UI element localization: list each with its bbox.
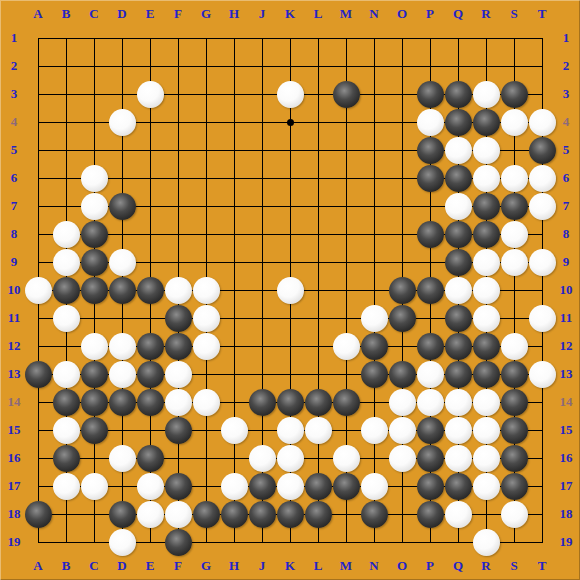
point-T16[interactable] [528,444,556,472]
point-G8[interactable] [192,220,220,248]
point-E19[interactable] [136,528,164,556]
point-S5[interactable] [500,136,528,164]
point-O18[interactable] [388,500,416,528]
point-B1[interactable] [52,24,80,52]
point-D18[interactable] [108,500,136,528]
point-K16[interactable] [276,444,304,472]
point-L16[interactable] [304,444,332,472]
point-M12[interactable] [332,332,360,360]
point-J11[interactable] [248,304,276,332]
point-Q2[interactable] [444,52,472,80]
point-F19[interactable] [164,528,192,556]
point-A2[interactable] [24,52,52,80]
point-D3[interactable] [108,80,136,108]
point-M15[interactable] [332,416,360,444]
point-G6[interactable] [192,164,220,192]
point-B12[interactable] [52,332,80,360]
point-R3[interactable] [472,80,500,108]
point-E8[interactable] [136,220,164,248]
point-J3[interactable] [248,80,276,108]
point-M7[interactable] [332,192,360,220]
point-T14[interactable] [528,388,556,416]
point-B6[interactable] [52,164,80,192]
point-S19[interactable] [500,528,528,556]
point-G3[interactable] [192,80,220,108]
point-G12[interactable] [192,332,220,360]
point-R8[interactable] [472,220,500,248]
point-R6[interactable] [472,164,500,192]
point-Q10[interactable] [444,276,472,304]
point-F4[interactable] [164,108,192,136]
point-B14[interactable] [52,388,80,416]
point-E6[interactable] [136,164,164,192]
point-S11[interactable] [500,304,528,332]
point-S15[interactable] [500,416,528,444]
point-O12[interactable] [388,332,416,360]
point-F14[interactable] [164,388,192,416]
point-H11[interactable] [220,304,248,332]
point-E10[interactable] [136,276,164,304]
point-N17[interactable] [360,472,388,500]
point-T9[interactable] [528,248,556,276]
point-F8[interactable] [164,220,192,248]
point-G9[interactable] [192,248,220,276]
point-O11[interactable] [388,304,416,332]
point-C16[interactable] [80,444,108,472]
point-D9[interactable] [108,248,136,276]
point-R1[interactable] [472,24,500,52]
point-O5[interactable] [388,136,416,164]
point-P7[interactable] [416,192,444,220]
point-A18[interactable] [24,500,52,528]
point-H9[interactable] [220,248,248,276]
point-A3[interactable] [24,80,52,108]
point-D11[interactable] [108,304,136,332]
point-R5[interactable] [472,136,500,164]
point-O7[interactable] [388,192,416,220]
point-C11[interactable] [80,304,108,332]
point-T8[interactable] [528,220,556,248]
point-R16[interactable] [472,444,500,472]
point-T3[interactable] [528,80,556,108]
point-Q19[interactable] [444,528,472,556]
point-T17[interactable] [528,472,556,500]
point-O14[interactable] [388,388,416,416]
point-Q12[interactable] [444,332,472,360]
point-F1[interactable] [164,24,192,52]
point-G7[interactable] [192,192,220,220]
point-D7[interactable] [108,192,136,220]
point-F10[interactable] [164,276,192,304]
point-P2[interactable] [416,52,444,80]
point-B13[interactable] [52,360,80,388]
point-C15[interactable] [80,416,108,444]
point-D4[interactable] [108,108,136,136]
point-J1[interactable] [248,24,276,52]
point-E11[interactable] [136,304,164,332]
point-J7[interactable] [248,192,276,220]
point-H17[interactable] [220,472,248,500]
point-H7[interactable] [220,192,248,220]
point-F6[interactable] [164,164,192,192]
point-G11[interactable] [192,304,220,332]
point-Q3[interactable] [444,80,472,108]
point-R10[interactable] [472,276,500,304]
point-G13[interactable] [192,360,220,388]
point-K9[interactable] [276,248,304,276]
point-L4[interactable] [304,108,332,136]
point-T2[interactable] [528,52,556,80]
point-F3[interactable] [164,80,192,108]
point-S18[interactable] [500,500,528,528]
point-G10[interactable] [192,276,220,304]
point-R11[interactable] [472,304,500,332]
point-P16[interactable] [416,444,444,472]
point-C17[interactable] [80,472,108,500]
point-F12[interactable] [164,332,192,360]
point-S3[interactable] [500,80,528,108]
point-N19[interactable] [360,528,388,556]
point-H2[interactable] [220,52,248,80]
point-N16[interactable] [360,444,388,472]
point-G14[interactable] [192,388,220,416]
point-L7[interactable] [304,192,332,220]
point-C12[interactable] [80,332,108,360]
point-N6[interactable] [360,164,388,192]
point-T13[interactable] [528,360,556,388]
point-L2[interactable] [304,52,332,80]
point-G5[interactable] [192,136,220,164]
point-B8[interactable] [52,220,80,248]
point-Q14[interactable] [444,388,472,416]
point-O10[interactable] [388,276,416,304]
point-M18[interactable] [332,500,360,528]
point-T19[interactable] [528,528,556,556]
point-O8[interactable] [388,220,416,248]
point-F15[interactable] [164,416,192,444]
point-G18[interactable] [192,500,220,528]
point-T6[interactable] [528,164,556,192]
point-R17[interactable] [472,472,500,500]
point-T18[interactable] [528,500,556,528]
point-Q13[interactable] [444,360,472,388]
point-Q18[interactable] [444,500,472,528]
point-Q6[interactable] [444,164,472,192]
point-A13[interactable] [24,360,52,388]
point-A5[interactable] [24,136,52,164]
point-O16[interactable] [388,444,416,472]
point-O17[interactable] [388,472,416,500]
point-A1[interactable] [24,24,52,52]
point-B5[interactable] [52,136,80,164]
point-B16[interactable] [52,444,80,472]
point-J14[interactable] [248,388,276,416]
point-J19[interactable] [248,528,276,556]
point-K18[interactable] [276,500,304,528]
point-A11[interactable] [24,304,52,332]
point-C5[interactable] [80,136,108,164]
point-Q11[interactable] [444,304,472,332]
point-D10[interactable] [108,276,136,304]
point-M3[interactable] [332,80,360,108]
point-K15[interactable] [276,416,304,444]
point-H6[interactable] [220,164,248,192]
point-P8[interactable] [416,220,444,248]
point-H3[interactable] [220,80,248,108]
point-N10[interactable] [360,276,388,304]
point-L14[interactable] [304,388,332,416]
point-N12[interactable] [360,332,388,360]
point-M17[interactable] [332,472,360,500]
point-N1[interactable] [360,24,388,52]
point-P15[interactable] [416,416,444,444]
point-C9[interactable] [80,248,108,276]
point-C10[interactable] [80,276,108,304]
point-A8[interactable] [24,220,52,248]
point-M14[interactable] [332,388,360,416]
point-E18[interactable] [136,500,164,528]
point-O1[interactable] [388,24,416,52]
point-Q8[interactable] [444,220,472,248]
point-J2[interactable] [248,52,276,80]
point-F9[interactable] [164,248,192,276]
point-D2[interactable] [108,52,136,80]
point-N3[interactable] [360,80,388,108]
point-L5[interactable] [304,136,332,164]
point-F13[interactable] [164,360,192,388]
point-R9[interactable] [472,248,500,276]
point-E13[interactable] [136,360,164,388]
point-H8[interactable] [220,220,248,248]
point-H14[interactable] [220,388,248,416]
point-K2[interactable] [276,52,304,80]
point-F17[interactable] [164,472,192,500]
point-C13[interactable] [80,360,108,388]
point-J6[interactable] [248,164,276,192]
point-P4[interactable] [416,108,444,136]
point-F7[interactable] [164,192,192,220]
point-H5[interactable] [220,136,248,164]
point-J18[interactable] [248,500,276,528]
point-Q1[interactable] [444,24,472,52]
point-E9[interactable] [136,248,164,276]
point-T15[interactable] [528,416,556,444]
point-P19[interactable] [416,528,444,556]
point-S8[interactable] [500,220,528,248]
point-J10[interactable] [248,276,276,304]
point-A19[interactable] [24,528,52,556]
point-B7[interactable] [52,192,80,220]
point-M8[interactable] [332,220,360,248]
point-K7[interactable] [276,192,304,220]
point-N13[interactable] [360,360,388,388]
point-C4[interactable] [80,108,108,136]
point-B10[interactable] [52,276,80,304]
point-P6[interactable] [416,164,444,192]
point-G2[interactable] [192,52,220,80]
point-T5[interactable] [528,136,556,164]
point-A6[interactable] [24,164,52,192]
point-E15[interactable] [136,416,164,444]
point-K10[interactable] [276,276,304,304]
point-R2[interactable] [472,52,500,80]
point-S12[interactable] [500,332,528,360]
point-F11[interactable] [164,304,192,332]
point-Q9[interactable] [444,248,472,276]
point-G1[interactable] [192,24,220,52]
point-P5[interactable] [416,136,444,164]
point-N4[interactable] [360,108,388,136]
point-E14[interactable] [136,388,164,416]
point-M11[interactable] [332,304,360,332]
point-Q4[interactable] [444,108,472,136]
point-D16[interactable] [108,444,136,472]
point-N8[interactable] [360,220,388,248]
point-S13[interactable] [500,360,528,388]
point-J17[interactable] [248,472,276,500]
point-K12[interactable] [276,332,304,360]
point-K13[interactable] [276,360,304,388]
point-M13[interactable] [332,360,360,388]
point-D19[interactable] [108,528,136,556]
point-T12[interactable] [528,332,556,360]
point-Q7[interactable] [444,192,472,220]
point-R15[interactable] [472,416,500,444]
point-B15[interactable] [52,416,80,444]
point-N18[interactable] [360,500,388,528]
point-P17[interactable] [416,472,444,500]
point-K4[interactable] [276,108,304,136]
point-L12[interactable] [304,332,332,360]
point-G17[interactable] [192,472,220,500]
point-Q16[interactable] [444,444,472,472]
point-B9[interactable] [52,248,80,276]
point-L10[interactable] [304,276,332,304]
point-M9[interactable] [332,248,360,276]
point-S16[interactable] [500,444,528,472]
point-A7[interactable] [24,192,52,220]
point-J5[interactable] [248,136,276,164]
point-E3[interactable] [136,80,164,108]
point-E17[interactable] [136,472,164,500]
point-B18[interactable] [52,500,80,528]
point-H13[interactable] [220,360,248,388]
point-E16[interactable] [136,444,164,472]
point-E2[interactable] [136,52,164,80]
point-N15[interactable] [360,416,388,444]
point-S1[interactable] [500,24,528,52]
point-J13[interactable] [248,360,276,388]
point-J8[interactable] [248,220,276,248]
point-K5[interactable] [276,136,304,164]
point-T1[interactable] [528,24,556,52]
point-E7[interactable] [136,192,164,220]
point-N2[interactable] [360,52,388,80]
point-C8[interactable] [80,220,108,248]
point-H1[interactable] [220,24,248,52]
point-B17[interactable] [52,472,80,500]
point-C18[interactable] [80,500,108,528]
point-F18[interactable] [164,500,192,528]
point-P9[interactable] [416,248,444,276]
point-K19[interactable] [276,528,304,556]
point-J12[interactable] [248,332,276,360]
point-E5[interactable] [136,136,164,164]
point-O15[interactable] [388,416,416,444]
point-K11[interactable] [276,304,304,332]
point-P14[interactable] [416,388,444,416]
point-D8[interactable] [108,220,136,248]
point-P13[interactable] [416,360,444,388]
point-B11[interactable] [52,304,80,332]
point-P1[interactable] [416,24,444,52]
point-H16[interactable] [220,444,248,472]
point-A16[interactable] [24,444,52,472]
point-P3[interactable] [416,80,444,108]
point-J16[interactable] [248,444,276,472]
point-L18[interactable] [304,500,332,528]
point-N9[interactable] [360,248,388,276]
point-N7[interactable] [360,192,388,220]
point-Q17[interactable] [444,472,472,500]
point-S9[interactable] [500,248,528,276]
point-O2[interactable] [388,52,416,80]
point-K1[interactable] [276,24,304,52]
point-A15[interactable] [24,416,52,444]
point-N11[interactable] [360,304,388,332]
point-K8[interactable] [276,220,304,248]
point-T11[interactable] [528,304,556,332]
point-M19[interactable] [332,528,360,556]
point-Q15[interactable] [444,416,472,444]
point-D14[interactable] [108,388,136,416]
point-S7[interactable] [500,192,528,220]
point-F5[interactable] [164,136,192,164]
point-R4[interactable] [472,108,500,136]
point-L3[interactable] [304,80,332,108]
point-A4[interactable] [24,108,52,136]
point-G19[interactable] [192,528,220,556]
point-F16[interactable] [164,444,192,472]
point-E4[interactable] [136,108,164,136]
point-A17[interactable] [24,472,52,500]
point-R14[interactable] [472,388,500,416]
point-L13[interactable] [304,360,332,388]
point-M4[interactable] [332,108,360,136]
point-P10[interactable] [416,276,444,304]
point-O19[interactable] [388,528,416,556]
point-K17[interactable] [276,472,304,500]
point-G4[interactable] [192,108,220,136]
point-H19[interactable] [220,528,248,556]
point-C6[interactable] [80,164,108,192]
point-D12[interactable] [108,332,136,360]
point-H15[interactable] [220,416,248,444]
point-J9[interactable] [248,248,276,276]
point-D6[interactable] [108,164,136,192]
point-G16[interactable] [192,444,220,472]
point-L9[interactable] [304,248,332,276]
point-T4[interactable] [528,108,556,136]
point-O4[interactable] [388,108,416,136]
point-A12[interactable] [24,332,52,360]
point-M2[interactable] [332,52,360,80]
point-M1[interactable] [332,24,360,52]
point-M5[interactable] [332,136,360,164]
point-T7[interactable] [528,192,556,220]
point-S17[interactable] [500,472,528,500]
point-K6[interactable] [276,164,304,192]
